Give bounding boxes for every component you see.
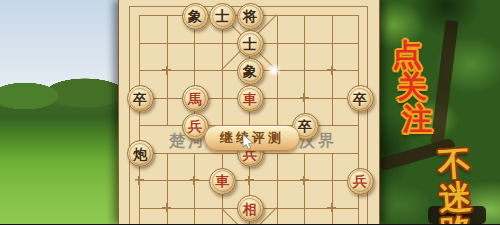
piece-red[interactable]: 車	[209, 168, 236, 195]
mouse-pointer-icon	[242, 134, 254, 150]
piece-glyph: 車	[216, 174, 230, 188]
point-marker	[300, 176, 309, 185]
piece-glyph: 士	[243, 37, 257, 51]
piece-red[interactable]: 相	[237, 195, 264, 222]
point-marker	[245, 176, 254, 185]
board-cell	[277, 15, 305, 43]
piece-glyph: 士	[216, 9, 230, 23]
piece-glyph: 卒	[298, 119, 312, 133]
point-marker	[300, 93, 309, 102]
xiangqi-board: 楚河 汉界 象士将士象卒馬車卒兵卒炮兵車兵相	[118, 0, 380, 224]
piece-glyph: 卒	[133, 92, 147, 106]
board-cell	[194, 43, 222, 71]
follow-char: 点	[392, 40, 422, 70]
scene: 楚河 汉界 象士将士象卒馬車卒兵卒炮兵車兵相 继续评测 点 关 注 不 迷 路	[0, 0, 500, 224]
piece-red[interactable]: 馬	[182, 85, 209, 112]
piece-glyph: 馬	[188, 92, 202, 106]
board-cell	[139, 15, 167, 43]
piece-black[interactable]: 士	[237, 30, 264, 57]
piece-black[interactable]: 象	[182, 3, 209, 30]
piece-glyph: 炮	[133, 147, 147, 161]
background-field-photo	[0, 0, 122, 224]
piece-black[interactable]: 炮	[127, 140, 154, 167]
follow-char: 注	[402, 104, 432, 134]
board-cell	[194, 208, 222, 225]
stay-char: 不	[437, 146, 472, 181]
point-marker	[135, 176, 144, 185]
piece-black[interactable]: 卒	[127, 85, 154, 112]
piece-red[interactable]: 車	[237, 85, 264, 112]
board-cell	[332, 15, 360, 43]
point-marker	[162, 66, 171, 75]
tree-trunk	[430, 20, 458, 146]
board-cell	[277, 43, 305, 71]
stay-char: 路	[439, 214, 474, 224]
point-marker	[327, 66, 336, 75]
piece-glyph: 兵	[188, 119, 202, 133]
piece-black[interactable]: 将	[237, 3, 264, 30]
piece-glyph: 将	[243, 9, 257, 23]
point-marker	[162, 203, 171, 212]
sparkle-glow-icon	[267, 63, 281, 77]
piece-glyph: 相	[243, 202, 257, 216]
point-marker	[327, 203, 336, 212]
stay-char: 迷	[438, 180, 473, 215]
point-marker	[190, 176, 199, 185]
piece-black[interactable]: 卒	[347, 85, 374, 112]
piece-glyph: 象	[243, 64, 257, 78]
board-cell	[304, 15, 332, 43]
piece-black[interactable]: 象	[237, 58, 264, 85]
piece-glyph: 車	[243, 92, 257, 106]
piece-glyph: 兵	[353, 174, 367, 188]
piece-black[interactable]: 士	[209, 3, 236, 30]
board-cell	[277, 208, 305, 225]
piece-glyph: 象	[188, 9, 202, 23]
piece-glyph: 卒	[353, 92, 367, 106]
piece-red[interactable]: 兵	[347, 168, 374, 195]
follow-char: 关	[397, 72, 427, 102]
